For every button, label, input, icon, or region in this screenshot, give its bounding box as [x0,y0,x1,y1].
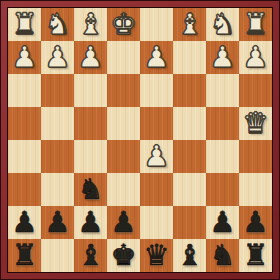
piece-white-queen[interactable]: ♛ [243,107,269,140]
square-d5[interactable]: ♟ [140,140,173,173]
piece-white-knight[interactable]: ♞ [45,8,71,41]
piece-white-pawn[interactable]: ♟ [144,140,170,173]
square-e5[interactable] [107,140,140,173]
square-e6[interactable] [107,173,140,206]
square-g3[interactable] [41,74,74,107]
piece-black-pawn[interactable]: ♟ [78,206,104,239]
square-h3[interactable] [8,74,41,107]
square-f5[interactable] [74,140,107,173]
piece-black-pawn[interactable]: ♟ [12,206,38,239]
square-b2[interactable]: ♟ [206,41,239,74]
piece-white-knight[interactable]: ♞ [210,8,236,41]
square-c2[interactable] [173,41,206,74]
square-b7[interactable]: ♟ [206,206,239,239]
piece-black-pawn[interactable]: ♟ [45,206,71,239]
square-a6[interactable] [239,173,272,206]
square-c6[interactable] [173,173,206,206]
square-d6[interactable] [140,173,173,206]
square-a2[interactable]: ♟ [239,41,272,74]
square-h4[interactable] [8,107,41,140]
square-a4[interactable]: ♛ [239,107,272,140]
piece-white-pawn[interactable]: ♟ [78,41,104,74]
square-f3[interactable] [74,74,107,107]
square-g2[interactable]: ♟ [41,41,74,74]
square-g7[interactable]: ♟ [41,206,74,239]
piece-black-pawn[interactable]: ♟ [210,206,236,239]
square-a1[interactable]: ♜ [239,8,272,41]
piece-black-bishop[interactable]: ♝ [177,239,203,272]
piece-black-rook[interactable]: ♜ [243,239,269,272]
piece-black-pawn[interactable]: ♟ [243,206,269,239]
square-h5[interactable] [8,140,41,173]
square-c8[interactable]: ♝ [173,239,206,272]
square-d7[interactable] [140,206,173,239]
square-c1[interactable]: ♝ [173,8,206,41]
square-d8[interactable]: ♛ [140,239,173,272]
square-g6[interactable] [41,173,74,206]
square-h8[interactable]: ♜ [8,239,41,272]
piece-black-king[interactable]: ♚ [111,239,137,272]
square-e8[interactable]: ♚ [107,239,140,272]
square-h6[interactable] [8,173,41,206]
piece-white-pawn[interactable]: ♟ [12,41,38,74]
square-f2[interactable]: ♟ [74,41,107,74]
piece-black-knight[interactable]: ♞ [210,239,236,272]
piece-black-knight[interactable]: ♞ [78,173,104,206]
square-h7[interactable]: ♟ [8,206,41,239]
square-e7[interactable]: ♟ [107,206,140,239]
board-frame: ♜♞♝♚♝♞♜♟♟♟♟♟♟♛♟♞♟♟♟♟♟♟♜♝♚♛♝♞♜ [0,0,280,280]
square-f7[interactable]: ♟ [74,206,107,239]
square-b4[interactable] [206,107,239,140]
piece-black-pawn[interactable]: ♟ [111,206,137,239]
square-a7[interactable]: ♟ [239,206,272,239]
square-f8[interactable]: ♝ [74,239,107,272]
square-c4[interactable] [173,107,206,140]
square-g5[interactable] [41,140,74,173]
square-e4[interactable] [107,107,140,140]
square-e2[interactable] [107,41,140,74]
piece-white-rook[interactable]: ♜ [12,8,38,41]
square-c7[interactable] [173,206,206,239]
square-f6[interactable]: ♞ [74,173,107,206]
chess-board: ♜♞♝♚♝♞♜♟♟♟♟♟♟♛♟♞♟♟♟♟♟♟♜♝♚♛♝♞♜ [8,8,272,272]
square-g4[interactable] [41,107,74,140]
square-g8[interactable] [41,239,74,272]
square-f4[interactable] [74,107,107,140]
piece-white-rook[interactable]: ♜ [243,8,269,41]
square-c5[interactable] [173,140,206,173]
piece-white-pawn[interactable]: ♟ [210,41,236,74]
square-a3[interactable] [239,74,272,107]
square-b1[interactable]: ♞ [206,8,239,41]
square-d3[interactable] [140,74,173,107]
square-h2[interactable]: ♟ [8,41,41,74]
square-e3[interactable] [107,74,140,107]
square-b6[interactable] [206,173,239,206]
square-d2[interactable]: ♟ [140,41,173,74]
board-inner-edge: ♜♞♝♚♝♞♜♟♟♟♟♟♟♛♟♞♟♟♟♟♟♟♜♝♚♛♝♞♜ [7,7,273,273]
square-d4[interactable] [140,107,173,140]
piece-white-king[interactable]: ♚ [111,8,137,41]
square-a5[interactable] [239,140,272,173]
square-c3[interactable] [173,74,206,107]
piece-black-queen[interactable]: ♛ [144,239,170,272]
piece-white-bishop[interactable]: ♝ [78,8,104,41]
square-b3[interactable] [206,74,239,107]
piece-black-rook[interactable]: ♜ [12,239,38,272]
piece-white-pawn[interactable]: ♟ [144,41,170,74]
piece-white-pawn[interactable]: ♟ [243,41,269,74]
square-g1[interactable]: ♞ [41,8,74,41]
piece-black-bishop[interactable]: ♝ [78,239,104,272]
piece-white-pawn[interactable]: ♟ [45,41,71,74]
square-h1[interactable]: ♜ [8,8,41,41]
square-b8[interactable]: ♞ [206,239,239,272]
square-d1[interactable] [140,8,173,41]
piece-white-bishop[interactable]: ♝ [177,8,203,41]
square-a8[interactable]: ♜ [239,239,272,272]
square-b5[interactable] [206,140,239,173]
square-e1[interactable]: ♚ [107,8,140,41]
square-f1[interactable]: ♝ [74,8,107,41]
